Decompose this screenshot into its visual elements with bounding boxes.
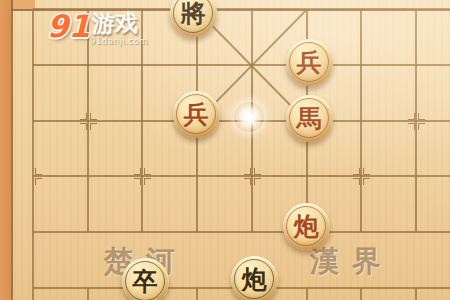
piece-black-general[interactable]: 將 bbox=[170, 0, 217, 37]
piece-character: 炮 bbox=[294, 214, 319, 239]
piece-black-soldier[interactable]: 卒 bbox=[122, 258, 169, 300]
piece-red-cannon[interactable]: 炮 bbox=[283, 203, 330, 250]
xiangqi-board[interactable]: 楚河 漢界 將兵兵馬炮卒炮 91游戏 91danji.com bbox=[0, 0, 450, 300]
piece-red-soldier-1[interactable]: 兵 bbox=[286, 39, 333, 86]
piece-character: 卒 bbox=[133, 269, 158, 294]
piece-character: 兵 bbox=[297, 50, 322, 75]
piece-character: 兵 bbox=[184, 102, 209, 127]
selection-sparkle-marker bbox=[234, 102, 264, 132]
watermark-url: 91danji.com bbox=[90, 36, 148, 46]
piece-character: 馬 bbox=[297, 106, 322, 131]
piece-character: 將 bbox=[181, 1, 206, 26]
watermark-name: 游戏 bbox=[92, 9, 138, 36]
piece-red-soldier-2[interactable]: 兵 bbox=[173, 91, 220, 138]
watermark-91-logo: 91 bbox=[47, 8, 90, 44]
watermark: 91游戏 91danji.com bbox=[47, 8, 138, 42]
piece-black-cannon[interactable]: 炮 bbox=[231, 256, 278, 300]
piece-red-horse[interactable]: 馬 bbox=[286, 95, 333, 142]
piece-character: 炮 bbox=[242, 267, 267, 292]
